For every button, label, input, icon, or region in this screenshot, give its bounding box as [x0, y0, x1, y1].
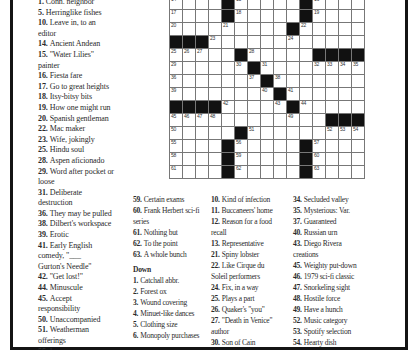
grid-cell-r12c15[interactable]: 54	[352, 127, 365, 140]
clues-column-2: 59.Certain exams60.Frank Herbert sci-fi …	[133, 194, 219, 341]
clue-item: 12.Reason for a food recall	[211, 216, 301, 238]
grid-cell-r10c5[interactable]: 42	[222, 101, 235, 114]
clue-text: Spiny lobster	[222, 250, 259, 259]
grid-cell-r2c14[interactable]	[339, 0, 352, 10]
clue-text: Representative	[222, 239, 264, 248]
cell-number: 62	[236, 166, 241, 171]
grid-cell-r9c15[interactable]	[352, 88, 365, 101]
clue-text: Ancient Andean	[50, 39, 100, 48]
grid-cell-r2c9[interactable]	[274, 0, 287, 10]
clue-number: 19.	[38, 103, 48, 112]
grid-cell-r7c10[interactable]	[287, 62, 300, 75]
clue-text: Plays a part	[222, 294, 255, 303]
grid-cell-r15c3[interactable]	[196, 166, 209, 179]
cell-number: 49	[288, 114, 293, 119]
grid-cell-r12c8[interactable]	[261, 127, 274, 140]
cell-number: 56	[236, 140, 241, 145]
grid-cell-r4c14[interactable]	[339, 23, 352, 36]
clue-number: 59.	[133, 195, 142, 204]
grid-cell-r13c7[interactable]	[248, 140, 261, 153]
grid-cell-r15c10[interactable]	[287, 166, 300, 179]
clue-number: 55.	[38, 347, 48, 350]
grid-cell-r9c1[interactable]: 39	[170, 88, 183, 101]
grid-cell-r12c2[interactable]	[183, 127, 196, 140]
clue-item: 60.Frank Herbert sci-fi series	[133, 205, 219, 227]
grid-cell-r11c6[interactable]	[235, 114, 248, 127]
grid-cell-r11c4[interactable]: 48	[209, 114, 222, 127]
cell-number: 27	[197, 49, 202, 54]
clue-number: 21.	[211, 250, 220, 259]
clue-number: 40.	[293, 228, 302, 237]
grid-cell-r11c10[interactable]: 49	[287, 114, 300, 127]
grid-cell-r15c6[interactable]: 62	[235, 166, 248, 179]
clue-text: "Get lost!"	[50, 272, 83, 281]
clue-number: 31.	[38, 188, 48, 197]
crossword-grid: 1234567891011121314151617181920212223242…	[169, 0, 365, 179]
grid-cell-r4c15[interactable]	[352, 23, 365, 36]
clue-number: 22.	[38, 124, 48, 133]
grid-cell-r8c7[interactable]: 37	[248, 75, 261, 88]
grid-cell-r10c7[interactable]	[248, 101, 261, 114]
clue-text: Hearty dish	[304, 338, 337, 347]
cell-number: 38	[275, 75, 280, 80]
clue-item: 6.Monopoly purchases	[133, 330, 219, 341]
clue-text: Mysterious: Var.	[304, 206, 350, 215]
grid-cell-r11c5[interactable]	[222, 114, 235, 127]
cell-number: 47	[197, 114, 202, 119]
cell-number: 19	[314, 10, 319, 15]
grid-cell-r8c14[interactable]	[339, 75, 352, 88]
grid-cell-r15c12[interactable]: 63	[313, 166, 326, 179]
clue-number: 23.	[38, 135, 48, 144]
grid-cell-r10c12[interactable]	[313, 101, 326, 114]
grid-cell-r15c15[interactable]	[352, 166, 365, 179]
grid-cell-r11c12[interactable]	[313, 114, 326, 127]
grid-cell-r12c11[interactable]	[300, 127, 313, 140]
clue-number: 4.	[133, 309, 138, 318]
clue-text: Certain exams	[144, 195, 185, 204]
grid-cell-r8c11[interactable]	[300, 75, 313, 88]
grid-cell-r9c14[interactable]	[339, 88, 352, 101]
clue-text: Nothing but	[144, 228, 178, 237]
grid-cell-r3c8[interactable]	[261, 10, 274, 23]
clue-item: 52.Music category	[293, 315, 383, 326]
grid-cell-r5c13[interactable]	[326, 36, 339, 49]
clue-number: 43.	[293, 239, 302, 248]
clue-number: 22.	[211, 261, 220, 270]
clue-number: 29.	[38, 167, 48, 176]
clue-number: 48.	[293, 294, 302, 303]
clue-item: 48.Hostile force	[293, 293, 383, 304]
clue-text: Son of Cain	[222, 338, 256, 347]
grid-cell-r4c6[interactable]	[235, 23, 248, 36]
clue-item: 29.Word after pocket or loose	[38, 167, 158, 188]
grid-cell-r9c3[interactable]	[196, 88, 209, 101]
clue-number: 20.	[38, 114, 48, 123]
clue-text: They may be pulled	[50, 209, 112, 218]
grid-cell-r6c3[interactable]: 27	[196, 49, 209, 62]
grid-cell-r3c6[interactable]: 18	[235, 10, 248, 23]
grid-cell-r5c8[interactable]	[261, 36, 274, 49]
black-cell-r2c5	[222, 0, 235, 10]
grid-cell-r13c2[interactable]	[183, 140, 196, 153]
grid-cell-r6c11[interactable]	[300, 49, 313, 62]
clue-number: 1.	[38, 0, 44, 6]
grid-cell-r15c7[interactable]	[248, 166, 261, 179]
grid-cell-r13c8[interactable]	[261, 140, 274, 153]
clue-item: 24.Fix, in a way	[211, 282, 301, 293]
grid-cell-r3c7[interactable]	[248, 10, 261, 23]
grid-cell-r11c3[interactable]: 47	[196, 114, 209, 127]
grid-cell-r3c9[interactable]	[274, 10, 287, 23]
cell-number: 33	[327, 62, 332, 67]
cell-number: 18	[236, 10, 241, 15]
grid-cell-r12c13[interactable]: 52	[326, 127, 339, 140]
clue-item: 61.Nothing but	[133, 227, 219, 238]
cell-number: 30	[236, 62, 241, 67]
clue-item: 47.Snorkeling sight	[293, 282, 383, 293]
grid-cell-r14c7[interactable]	[248, 153, 261, 166]
grid-cell-r9c10[interactable]: 41	[287, 88, 300, 101]
clue-number: 35.	[293, 206, 302, 215]
clue-number: 44.	[38, 283, 48, 292]
grid-cell-r4c12[interactable]	[313, 23, 326, 36]
grid-cell-r3c12[interactable]: 19	[313, 10, 326, 23]
clue-item: 20.Spanish gentleman	[38, 114, 158, 125]
clue-number: 53.	[293, 327, 302, 336]
clue-item: 55.L	[38, 347, 158, 350]
grid-cell-r11c11[interactable]	[300, 114, 313, 127]
page-border-left	[10, 0, 13, 350]
grid-cell-r15c14[interactable]	[339, 166, 352, 179]
cell-number: 45	[171, 114, 176, 119]
clue-item: 1.Catchall abbr.	[133, 275, 219, 286]
clue-text: Hostile force	[304, 294, 340, 303]
clue-text: Music category	[304, 316, 348, 325]
clue-number: 28.	[38, 156, 48, 165]
grid-cell-r7c8[interactable]: 31	[261, 62, 274, 75]
clue-text: Conn. neighbor	[46, 0, 94, 6]
grid-cell-r6c7[interactable]: 28	[248, 49, 261, 62]
clue-number: 42.	[38, 272, 48, 281]
cell-number: 39	[171, 88, 176, 93]
grid-cell-r7c12[interactable]: 32	[313, 62, 326, 75]
clue-item: 40.Russian urn	[293, 227, 383, 238]
clue-text: Frank Herbert sci-fi series	[133, 206, 199, 226]
grid-cell-r8c4[interactable]	[209, 75, 222, 88]
cell-number: 48	[210, 114, 215, 119]
clue-item: 43.Diego Rivera creations	[293, 238, 383, 260]
clue-item: 53.Spotify selection	[293, 326, 383, 337]
clue-item: 13.Representative	[211, 238, 301, 249]
grid-cell-r7c2[interactable]	[183, 62, 196, 75]
clue-text: Weighty put-down	[304, 261, 357, 270]
clue-text: Monopoly purchases	[140, 331, 199, 340]
grid-cell-r13c10[interactable]	[287, 140, 300, 153]
clue-number: 50.	[38, 315, 48, 324]
clue-number: 45.	[38, 294, 48, 303]
cell-number: 28	[249, 49, 254, 54]
grid-cell-r12c9[interactable]	[274, 127, 287, 140]
grid-cell-r15c8[interactable]	[261, 166, 274, 179]
crossword-puzzle-page: 1234567891011121314151617181920212223242…	[0, 0, 412, 350]
clue-text: Spotify selection	[304, 327, 351, 336]
grid-cell-r11c9[interactable]	[274, 114, 287, 127]
clue-text: Herringlike fishes	[46, 8, 102, 17]
clue-number: 27.	[211, 316, 220, 325]
cell-number: 22	[301, 23, 306, 28]
grid-cell-r11c2[interactable]: 46	[183, 114, 196, 127]
clue-item: 27."Death in Venice" author	[211, 315, 301, 337]
grid-cell-r9c8[interactable]: 40	[261, 88, 274, 101]
cell-number: 44	[301, 101, 306, 106]
grid-cell-r3c10[interactable]	[287, 10, 300, 23]
grid-cell-r5c4[interactable]: 23	[209, 36, 222, 49]
clue-item: 17.Go to great heights	[38, 82, 158, 93]
cell-number: 40	[262, 88, 267, 93]
clue-text: Spanish gentleman	[50, 114, 109, 123]
clue-number: 63.	[133, 250, 142, 259]
cell-number: 41	[288, 88, 293, 93]
grid-cell-r9c4[interactable]	[209, 88, 222, 101]
grid-cell-r12c5[interactable]	[222, 127, 235, 140]
grid-cell-r8c5[interactable]	[222, 75, 235, 88]
grid-cell-r4c1[interactable]: 20	[170, 23, 183, 36]
grid-cell-r13c3[interactable]	[196, 140, 209, 153]
grid-cell-r12c14[interactable]: 53	[339, 127, 352, 140]
grid-cell-r3c15[interactable]	[352, 10, 365, 23]
clue-number: 10.	[211, 195, 220, 204]
clue-number: 36.	[38, 209, 48, 218]
clue-item: 62.To the point	[133, 238, 219, 249]
clue-number: 6.	[133, 331, 138, 340]
grid-cell-r14c13[interactable]	[326, 153, 339, 166]
grid-cell-r13c15[interactable]	[352, 140, 365, 153]
cell-number: 42	[223, 101, 228, 106]
grid-cell-r3c2[interactable]	[183, 10, 196, 23]
grid-cell-r2c10[interactable]	[287, 0, 300, 10]
grid-cell-r2c13[interactable]	[326, 0, 339, 10]
grid-cell-r15c2[interactable]	[183, 166, 196, 179]
clue-item: 10.Leave in, to an editor	[38, 18, 158, 39]
grid-cell-r7c15[interactable]: 35	[352, 62, 365, 75]
grid-cell-r10c15[interactable]	[352, 101, 365, 114]
grid-cell-r9c2[interactable]	[183, 88, 196, 101]
clue-number: 54.	[293, 338, 302, 347]
clue-number: 47.	[293, 283, 302, 292]
grid-cell-r3c4[interactable]	[209, 10, 222, 23]
clue-item: 5.Clothing size	[133, 319, 219, 330]
grid-cell-r5c6[interactable]	[235, 36, 248, 49]
clue-text: Go to great heights	[50, 82, 109, 91]
grid-cell-r3c14[interactable]	[339, 10, 352, 23]
grid-cell-r2c8[interactable]	[261, 0, 274, 10]
grid-cell-r14c4[interactable]	[209, 153, 222, 166]
clue-item: 16.Fiesta fare	[38, 71, 158, 82]
cell-number: 46	[184, 114, 189, 119]
down-clues-1-6: 1.Catchall abbr.2.Forest ox3.Wound cover…	[133, 275, 219, 341]
grid-cell-r10c6[interactable]	[235, 101, 248, 114]
clue-number: 18.	[38, 92, 48, 101]
cell-number: 58	[171, 153, 176, 158]
down-clues-column-4: 34.Secluded valley35.Mysterious: Var.37.…	[293, 194, 383, 348]
grid-cell-r8c12[interactable]	[313, 75, 326, 88]
clue-text: Have a hunch	[304, 305, 343, 314]
black-cell-r13c5	[222, 140, 235, 153]
grid-cell-r10c14[interactable]	[339, 101, 352, 114]
grid-cell-r7c5[interactable]	[222, 62, 235, 75]
grid-cell-r12c7[interactable]: 51	[248, 127, 261, 140]
down-clues-column-3: 10.Kind of infection11.Buccaneers' home1…	[211, 194, 301, 348]
clue-text: Russian urn	[304, 228, 337, 237]
grid-cell-r14c3[interactable]	[196, 153, 209, 166]
grid-cell-r4c7[interactable]	[248, 23, 261, 36]
grid-cell-r12c4[interactable]	[209, 127, 222, 140]
grid-cell-r7c14[interactable]: 34	[339, 62, 352, 75]
grid-cell-r7c3[interactable]	[196, 62, 209, 75]
grid-cell-r5c15[interactable]	[352, 36, 365, 49]
grid-cell-r3c3[interactable]	[196, 10, 209, 23]
grid-cell-r5c9[interactable]	[274, 36, 287, 49]
clue-text: Secluded valley	[304, 195, 349, 204]
grid-cell-r10c11[interactable]: 44	[300, 101, 313, 114]
clue-number: 46.	[293, 272, 302, 281]
grid-cell-r8c9[interactable]: 38	[274, 75, 287, 88]
clue-text: Unaccompanied	[50, 315, 101, 324]
clue-text: Minuet-like dances	[140, 309, 194, 318]
grid-cell-r7c13[interactable]: 33	[326, 62, 339, 75]
grid-cell-r9c7[interactable]	[248, 88, 261, 101]
clue-item: 11.Buccaneers' home	[211, 205, 301, 216]
grid-cell-r4c2[interactable]	[183, 23, 196, 36]
grid-cell-r15c13[interactable]	[326, 166, 339, 179]
cell-number: 32	[314, 62, 319, 67]
grid-cell-r5c14[interactable]	[339, 36, 352, 49]
cell-number: 55	[171, 140, 176, 145]
grid-cell-r14c15[interactable]	[352, 153, 365, 166]
clue-text: How one might run	[50, 103, 111, 112]
grid-cell-r13c9[interactable]	[274, 140, 287, 153]
grid-cell-r4c8[interactable]	[261, 23, 274, 36]
grid-cell-r8c6[interactable]	[235, 75, 248, 88]
cell-number: 34	[340, 62, 345, 67]
grid-cell-r6c10[interactable]	[287, 49, 300, 62]
clue-text: Erotic	[50, 230, 69, 239]
grid-cell-r4c9[interactable]	[274, 23, 287, 36]
clue-item: 63.A whole bunch	[133, 249, 219, 260]
grid-cell-r13c13[interactable]	[326, 140, 339, 153]
clue-item: 2.Forest ox	[133, 286, 219, 297]
cell-number: 37	[249, 75, 254, 80]
clue-text: Forest ox	[140, 287, 166, 296]
grid-cell-r15c1[interactable]: 61	[170, 166, 183, 179]
grid-cell-r14c8[interactable]	[261, 153, 274, 166]
clue-item: 10.Kind of infection	[211, 194, 301, 205]
grid-cell-r7c4[interactable]	[209, 62, 222, 75]
grid-cell-r12c3[interactable]	[196, 127, 209, 140]
clue-item: 25.Plays a part	[211, 293, 301, 304]
black-cell-r15c11	[300, 166, 313, 179]
grid-cell-r13c14[interactable]	[339, 140, 352, 153]
grid-cell-r8c3[interactable]	[196, 75, 209, 88]
grid-cell-r14c2[interactable]	[183, 153, 196, 166]
cell-number: 31	[262, 62, 267, 67]
cell-number: 14	[171, 0, 176, 2]
clue-text: Itsy-bitsy bits	[50, 92, 92, 101]
clue-item: 30.Son of Cain	[211, 337, 301, 348]
clue-number: 14.	[38, 39, 48, 48]
down-section-header: Down	[133, 264, 219, 275]
grid-cell-r8c2[interactable]	[183, 75, 196, 88]
grid-cell-r9c13[interactable]	[326, 88, 339, 101]
grid-cell-r12c10[interactable]	[287, 127, 300, 140]
grid-cell-r8c13[interactable]	[326, 75, 339, 88]
grid-cell-r2c7[interactable]	[248, 0, 261, 10]
grid-cell-r8c15[interactable]	[352, 75, 365, 88]
grid-cell-r3c13[interactable]	[326, 10, 339, 23]
grid-cell-r10c13[interactable]	[326, 101, 339, 114]
cell-number: 24	[288, 36, 293, 41]
grid-cell-r9c12[interactable]	[313, 88, 326, 101]
grid-cell-r6c5[interactable]	[222, 49, 235, 62]
cell-number: 25	[171, 49, 176, 54]
black-cell-r15c5	[222, 166, 235, 179]
grid-cell-r4c13[interactable]	[326, 23, 339, 36]
clue-number: 62.	[133, 239, 142, 248]
grid-cell-r9c6[interactable]	[235, 88, 248, 101]
clue-number: 10.	[38, 18, 48, 27]
clue-item: 45.Weighty put-down	[293, 260, 383, 271]
grid-cell-r2c4[interactable]	[209, 0, 222, 10]
cell-number: 23	[210, 36, 215, 41]
grid-cell-r7c6[interactable]: 30	[235, 62, 248, 75]
grid-cell-r7c11[interactable]	[300, 62, 313, 75]
clue-number: 61.	[133, 228, 142, 237]
grid-cell-r6c2[interactable]: 26	[183, 49, 196, 62]
grid-cell-r2c2[interactable]	[183, 0, 196, 10]
grid-cell-r5c10[interactable]: 24	[287, 36, 300, 49]
grid-cell-r6c9[interactable]	[274, 49, 287, 62]
clue-number: 5.	[133, 320, 138, 329]
clue-item: 46.1979 sci-fi classic	[293, 271, 383, 282]
grid-cell-r14c14[interactable]	[339, 153, 352, 166]
grid-cell-r6c4[interactable]	[209, 49, 222, 62]
grid-cell-r15c4[interactable]	[209, 166, 222, 179]
grid-cell-r10c8[interactable]	[261, 101, 274, 114]
grid-cell-r14c10[interactable]	[287, 153, 300, 166]
clue-number: 3.	[133, 298, 138, 307]
cell-number: 59	[236, 153, 241, 158]
grid-cell-r15c9[interactable]	[274, 166, 287, 179]
grid-cell-r2c3[interactable]	[196, 0, 209, 10]
grid-cell-r2c15[interactable]	[352, 0, 365, 10]
clue-text: To the point	[144, 239, 178, 248]
grid-cell-r5c11[interactable]	[300, 36, 313, 49]
clue-number: 12.	[211, 217, 220, 226]
grid-cell-r5c5[interactable]	[222, 36, 235, 49]
grid-cell-r14c9[interactable]	[274, 153, 287, 166]
clue-number: 13.	[211, 239, 220, 248]
grid-cell-r4c11[interactable]: 22	[300, 23, 313, 36]
grid-cell-r4c3[interactable]	[196, 23, 209, 36]
grid-cell-r13c4[interactable]	[209, 140, 222, 153]
grid-cell-r5c12[interactable]	[313, 36, 326, 49]
clue-number: 15.	[38, 50, 48, 59]
grid-cell-r10c9[interactable]: 43	[274, 101, 287, 114]
grid-cell-r11c8[interactable]	[261, 114, 274, 127]
cell-number: 16	[314, 0, 319, 2]
grid-cell-r4c5[interactable]: 21	[222, 23, 235, 36]
